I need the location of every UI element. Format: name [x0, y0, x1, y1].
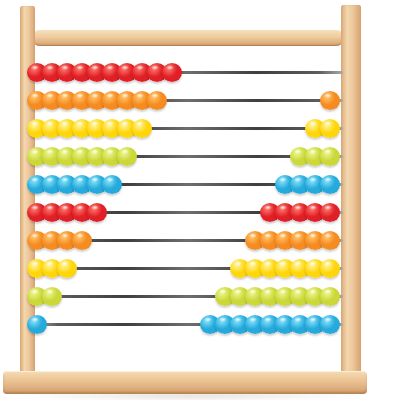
bead-lime[interactable] — [42, 287, 62, 306]
bead-highlight — [121, 121, 129, 126]
bead-highlight — [136, 65, 144, 70]
bead-row-9 — [0, 282, 400, 310]
bead-highlight — [294, 261, 302, 266]
bead-highlight — [279, 289, 287, 294]
bead-highlight — [76, 177, 84, 182]
bead-orange[interactable] — [320, 231, 340, 250]
frame-top-bar — [32, 30, 344, 46]
bead-highlight — [31, 121, 39, 126]
bead-highlight — [324, 233, 332, 238]
bead-highlight — [249, 261, 257, 266]
bead-highlight — [31, 317, 39, 322]
bead-highlight — [309, 121, 317, 126]
bead-highlight — [76, 149, 84, 154]
bead-highlight — [46, 177, 54, 182]
bead-highlight — [219, 289, 227, 294]
bead-lime[interactable] — [117, 147, 137, 166]
bead-highlight — [31, 261, 39, 266]
bead-yellow[interactable] — [132, 119, 152, 138]
bead-highlight — [61, 65, 69, 70]
bead-highlight — [324, 261, 332, 266]
bead-highlight — [76, 205, 84, 210]
bead-highlight — [46, 233, 54, 238]
bead-highlight — [46, 65, 54, 70]
bead-highlight — [166, 65, 174, 70]
bead-highlight — [279, 177, 287, 182]
bead-highlight — [76, 65, 84, 70]
bead-blue[interactable] — [320, 315, 340, 334]
bead-highlight — [324, 121, 332, 126]
bead-highlight — [31, 177, 39, 182]
bead-highlight — [106, 177, 114, 182]
bead-row-5 — [0, 170, 400, 198]
bead-highlight — [309, 177, 317, 182]
bead-highlight — [324, 289, 332, 294]
bead-highlight — [31, 289, 39, 294]
bead-highlight — [324, 149, 332, 154]
bead-highlight — [136, 93, 144, 98]
bead-blue[interactable] — [102, 175, 122, 194]
bead-highlight — [309, 317, 317, 322]
bead-highlight — [151, 93, 159, 98]
bead-red[interactable] — [162, 63, 182, 82]
bead-highlight — [249, 317, 257, 322]
frame-base — [3, 371, 367, 394]
bead-highlight — [294, 289, 302, 294]
bead-blue[interactable] — [320, 175, 340, 194]
bead-highlight — [61, 121, 69, 126]
bead-highlight — [106, 121, 114, 126]
bead-highlight — [136, 121, 144, 126]
bead-highlight — [324, 93, 332, 98]
bead-highlight — [31, 233, 39, 238]
bead-lime[interactable] — [320, 287, 340, 306]
bead-highlight — [91, 177, 99, 182]
bead-highlight — [61, 149, 69, 154]
bead-row-4 — [0, 142, 400, 170]
bead-highlight — [46, 149, 54, 154]
bead-highlight — [106, 93, 114, 98]
bead-highlight — [46, 93, 54, 98]
bead-highlight — [249, 289, 257, 294]
bead-highlight — [294, 205, 302, 210]
bead-highlight — [294, 177, 302, 182]
bead-highlight — [324, 317, 332, 322]
bead-highlight — [46, 261, 54, 266]
bead-highlight — [264, 289, 272, 294]
bead-highlight — [151, 65, 159, 70]
bead-highlight — [309, 261, 317, 266]
bead-highlight — [31, 205, 39, 210]
bead-highlight — [106, 65, 114, 70]
bead-highlight — [121, 149, 129, 154]
bead-highlight — [46, 205, 54, 210]
bead-highlight — [309, 205, 317, 210]
bead-highlight — [309, 233, 317, 238]
bead-highlight — [31, 93, 39, 98]
bead-highlight — [219, 317, 227, 322]
bead-highlight — [121, 65, 129, 70]
bead-highlight — [264, 261, 272, 266]
bead-blue[interactable] — [27, 315, 47, 334]
bead-row-1 — [0, 58, 400, 86]
bead-row-7 — [0, 226, 400, 254]
bead-highlight — [91, 65, 99, 70]
bead-highlight — [76, 121, 84, 126]
bead-highlight — [61, 205, 69, 210]
bead-highlight — [106, 149, 114, 154]
bead-highlight — [324, 177, 332, 182]
bead-highlight — [91, 121, 99, 126]
bead-highlight — [279, 205, 287, 210]
bead-highlight — [91, 93, 99, 98]
bead-row-6 — [0, 198, 400, 226]
bead-highlight — [61, 233, 69, 238]
bead-highlight — [61, 261, 69, 266]
bead-highlight — [76, 93, 84, 98]
bead-yellow[interactable] — [320, 119, 340, 138]
bead-highlight — [46, 289, 54, 294]
bead-highlight — [61, 93, 69, 98]
bead-orange[interactable] — [147, 91, 167, 110]
bead-red[interactable] — [320, 203, 340, 222]
bead-highlight — [294, 233, 302, 238]
bead-highlight — [46, 121, 54, 126]
bead-highlight — [309, 149, 317, 154]
bead-highlight — [91, 149, 99, 154]
bead-highlight — [294, 149, 302, 154]
bead-highlight — [264, 317, 272, 322]
bead-orange[interactable] — [72, 231, 92, 250]
bead-highlight — [31, 149, 39, 154]
bead-highlight — [279, 261, 287, 266]
bead-highlight — [234, 289, 242, 294]
bead-row-10 — [0, 310, 400, 338]
bead-highlight — [91, 205, 99, 210]
bead-highlight — [279, 317, 287, 322]
bead-highlight — [309, 289, 317, 294]
bead-highlight — [234, 317, 242, 322]
bead-row-3 — [0, 114, 400, 142]
bead-highlight — [249, 233, 257, 238]
bead-highlight — [324, 205, 332, 210]
bead-yellow[interactable] — [57, 259, 77, 278]
bead-highlight — [264, 205, 272, 210]
bead-red[interactable] — [87, 203, 107, 222]
bead-highlight — [264, 233, 272, 238]
bead-lime[interactable] — [320, 147, 340, 166]
bead-highlight — [31, 65, 39, 70]
bead-rows — [0, 58, 400, 338]
bead-highlight — [61, 177, 69, 182]
bead-highlight — [204, 317, 212, 322]
bead-highlight — [234, 261, 242, 266]
bead-row-8 — [0, 254, 400, 282]
bead-highlight — [76, 233, 84, 238]
bead-row-2 — [0, 86, 400, 114]
bead-highlight — [279, 233, 287, 238]
bead-orange[interactable] — [320, 91, 340, 110]
bead-highlight — [121, 93, 129, 98]
bead-yellow[interactable] — [320, 259, 340, 278]
abacus-board — [0, 0, 400, 400]
bead-highlight — [294, 317, 302, 322]
